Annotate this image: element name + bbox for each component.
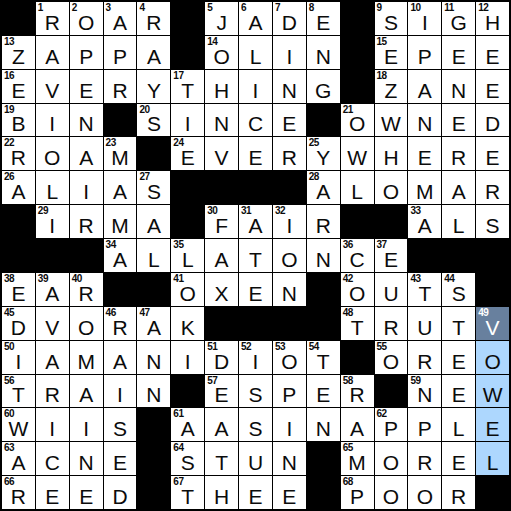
- cell-letter: N: [205, 113, 238, 134]
- cell-letter: V: [36, 80, 69, 101]
- cell-r1c8[interactable]: 6A: [239, 2, 272, 35]
- cell-r13c12[interactable]: 62P: [375, 408, 408, 441]
- cell-r10c4[interactable]: 46R: [104, 307, 137, 340]
- cell-r14c13[interactable]: R: [408, 442, 441, 475]
- cell-r5c1[interactable]: 22R: [2, 137, 35, 170]
- cell-r11c3[interactable]: M: [70, 341, 103, 374]
- black-cell-r15c5: [137, 476, 170, 509]
- cell-r4c11[interactable]: 21O: [341, 104, 374, 137]
- cell-r15c9[interactable]: E: [273, 476, 306, 509]
- cell-r11c4[interactable]: A: [104, 341, 137, 374]
- cell-r1c12[interactable]: 9S: [375, 2, 408, 35]
- cell-r6c1[interactable]: 26A: [2, 171, 35, 204]
- cell-r9c9[interactable]: N: [273, 273, 306, 306]
- cell-r6c13[interactable]: M: [408, 171, 441, 204]
- cell-letter: T: [171, 80, 204, 101]
- cell-r13c10[interactable]: N: [307, 408, 340, 441]
- cell-r9c13[interactable]: 43T: [408, 273, 441, 306]
- cell-r9c7[interactable]: X: [205, 273, 238, 306]
- cell-letter: P: [408, 418, 441, 439]
- cell-letter: E: [375, 249, 408, 270]
- cell-r5c8[interactable]: E: [239, 137, 272, 170]
- cell-r10c6[interactable]: K: [171, 307, 204, 340]
- cell-r14c12[interactable]: O: [375, 442, 408, 475]
- cell-r11c12[interactable]: 55O: [375, 341, 408, 374]
- cell-letter: E: [239, 486, 272, 507]
- cell-letter: V: [36, 317, 69, 338]
- cell-letter: E: [307, 384, 340, 405]
- cell-r10c15[interactable]: 49V: [476, 307, 509, 340]
- cell-r6c3[interactable]: I: [70, 171, 103, 204]
- cell-r11c9[interactable]: 53O: [273, 341, 306, 374]
- cell-r1c9[interactable]: 7D: [273, 2, 306, 35]
- cell-r12c7[interactable]: 57E: [205, 375, 238, 408]
- cell-r12c15[interactable]: W: [476, 375, 509, 408]
- cell-letter: A: [36, 351, 69, 372]
- cell-r3c13[interactable]: A: [408, 70, 441, 103]
- cell-letter: I: [36, 113, 69, 134]
- cell-letter: C: [239, 113, 272, 134]
- cell-r11c5[interactable]: N: [137, 341, 170, 374]
- cell-r15c7[interactable]: H: [205, 476, 238, 509]
- cell-letter: P: [70, 46, 103, 67]
- cell-r12c14[interactable]: E: [442, 375, 475, 408]
- cell-letter: E: [442, 384, 475, 405]
- cell-letter: K: [171, 317, 204, 338]
- cell-letter: D: [2, 317, 35, 338]
- cell-r5c9[interactable]: R: [273, 137, 306, 170]
- black-cell-r6c8: [239, 171, 272, 204]
- cell-r11c15[interactable]: O: [476, 341, 509, 374]
- cell-letter: O: [375, 486, 408, 507]
- cell-r3c12[interactable]: 18Z: [375, 70, 408, 103]
- cell-letter: R: [273, 147, 306, 168]
- cell-r15c13[interactable]: O: [408, 476, 441, 509]
- cell-r10c14[interactable]: T: [442, 307, 475, 340]
- cell-letter: A: [36, 283, 69, 304]
- cell-r11c7[interactable]: 51D: [205, 341, 238, 374]
- cell-r15c4[interactable]: D: [104, 476, 137, 509]
- cell-r9c11[interactable]: 42O: [341, 273, 374, 306]
- cell-r13c3[interactable]: I: [70, 408, 103, 441]
- cell-r4c2[interactable]: I: [36, 104, 69, 137]
- cell-r15c1[interactable]: 66R: [2, 476, 35, 509]
- cell-letter: P: [273, 384, 306, 405]
- cell-r1c2[interactable]: 1R: [36, 2, 69, 35]
- cell-r2c10[interactable]: N: [307, 36, 340, 69]
- cell-r10c11[interactable]: 48T: [341, 307, 374, 340]
- cell-letter: C: [341, 249, 374, 270]
- cell-r12c2[interactable]: R: [36, 375, 69, 408]
- cell-letter: O: [273, 249, 306, 270]
- cell-letter: O: [375, 452, 408, 473]
- cell-letter: E: [2, 80, 35, 101]
- black-cell-r12c12: [375, 375, 408, 408]
- black-cell-r6c6: [171, 171, 204, 204]
- cell-r3c2[interactable]: V: [36, 70, 69, 103]
- cell-r8c9[interactable]: O: [273, 239, 306, 272]
- cell-r13c15[interactable]: E: [476, 408, 509, 441]
- cell-r2c15[interactable]: E: [476, 36, 509, 69]
- black-cell-r5c5: [137, 137, 170, 170]
- cell-letter: N: [137, 384, 170, 405]
- cell-r12c1[interactable]: 56T: [2, 375, 35, 408]
- cell-letter: V: [205, 147, 238, 168]
- cell-letter: Z: [2, 46, 35, 67]
- cell-r2c12[interactable]: 15E: [375, 36, 408, 69]
- cell-letter: D: [273, 12, 306, 33]
- black-cell-r10c9: [273, 307, 306, 340]
- cell-r1c4[interactable]: 3A: [104, 2, 137, 35]
- cell-r15c11[interactable]: 68P: [341, 476, 374, 509]
- cell-r14c4[interactable]: E: [104, 442, 137, 475]
- cell-r4c12[interactable]: W: [375, 104, 408, 137]
- cell-r11c10[interactable]: 54T: [307, 341, 340, 374]
- cell-r9c14[interactable]: 44S: [442, 273, 475, 306]
- cell-r12c5[interactable]: N: [137, 375, 170, 408]
- cell-letter: S: [476, 215, 509, 236]
- cell-r5c7[interactable]: V: [205, 137, 238, 170]
- cell-letter: N: [273, 80, 306, 101]
- cell-r13c14[interactable]: L: [442, 408, 475, 441]
- cell-r1c14[interactable]: 11G: [442, 2, 475, 35]
- cell-r13c2[interactable]: I: [36, 408, 69, 441]
- cell-r14c11[interactable]: 65M: [341, 442, 374, 475]
- cell-r14c9[interactable]: N: [273, 442, 306, 475]
- cell-r2c4[interactable]: P: [104, 36, 137, 69]
- cell-letter: I: [2, 351, 35, 372]
- cell-r7c14[interactable]: L: [442, 205, 475, 238]
- cell-r10c3[interactable]: O: [70, 307, 103, 340]
- cell-letter: E: [239, 147, 272, 168]
- cell-letter: N: [307, 418, 340, 439]
- cell-r4c13[interactable]: N: [408, 104, 441, 137]
- cell-r7c10[interactable]: R: [307, 205, 340, 238]
- cell-letter: I: [273, 46, 306, 67]
- black-cell-r9c10: [307, 273, 340, 306]
- cell-letter: L: [341, 181, 374, 202]
- black-cell-r7c1: [2, 205, 35, 238]
- cell-r1c3[interactable]: 2O: [70, 2, 103, 35]
- cell-letter: R: [442, 147, 475, 168]
- cell-r3c14[interactable]: N: [442, 70, 475, 103]
- cell-letter: S: [375, 12, 408, 33]
- cell-r11c8[interactable]: 52I: [239, 341, 272, 374]
- cell-letter: A: [205, 418, 238, 439]
- cell-r2c2[interactable]: A: [36, 36, 69, 69]
- cell-r5c10[interactable]: 25Y: [307, 137, 340, 170]
- cell-r8c8[interactable]: T: [239, 239, 272, 272]
- cell-r7c2[interactable]: 29I: [36, 205, 69, 238]
- cell-letter: E: [273, 113, 306, 134]
- cell-r3c6[interactable]: 17T: [171, 70, 204, 103]
- cell-letter: M: [104, 215, 137, 236]
- cell-r7c13[interactable]: 33A: [408, 205, 441, 238]
- cell-r13c4[interactable]: S: [104, 408, 137, 441]
- cell-r12c11[interactable]: 58R: [341, 375, 374, 408]
- cell-r8c5[interactable]: L: [137, 239, 170, 272]
- cell-letter: E: [476, 147, 509, 168]
- cell-letter: L: [442, 215, 475, 236]
- cell-letter: E: [476, 80, 509, 101]
- cell-letter: E: [442, 113, 475, 134]
- black-cell-r8c14: [442, 239, 475, 272]
- cell-r14c7[interactable]: T: [205, 442, 238, 475]
- cell-letter: R: [408, 351, 441, 372]
- cell-r3c4[interactable]: R: [104, 70, 137, 103]
- cell-r8c10[interactable]: N: [307, 239, 340, 272]
- cell-r12c4[interactable]: I: [104, 375, 137, 408]
- cell-letter: A: [137, 317, 170, 338]
- cell-r12c3[interactable]: A: [70, 375, 103, 408]
- cell-r3c8[interactable]: I: [239, 70, 272, 103]
- cell-r6c4[interactable]: A: [104, 171, 137, 204]
- cell-r9c8[interactable]: E: [239, 273, 272, 306]
- cell-r13c1[interactable]: 60W: [2, 408, 35, 441]
- cell-r8c12[interactable]: 37E: [375, 239, 408, 272]
- cell-r6c2[interactable]: L: [36, 171, 69, 204]
- cell-r2c13[interactable]: P: [408, 36, 441, 69]
- cell-r3c1[interactable]: 16E: [2, 70, 35, 103]
- cell-r12c10[interactable]: E: [307, 375, 340, 408]
- cell-letter: A: [239, 215, 272, 236]
- cell-r3c9[interactable]: N: [273, 70, 306, 103]
- cell-r4c14[interactable]: E: [442, 104, 475, 137]
- cell-r5c11[interactable]: W: [341, 137, 374, 170]
- black-cell-r2c11: [341, 36, 374, 69]
- black-cell-r2c6: [171, 36, 204, 69]
- black-cell-r8c3: [70, 239, 103, 272]
- cell-letter: R: [137, 12, 170, 33]
- cell-letter: I: [239, 351, 272, 372]
- cell-r14c6[interactable]: 64S: [171, 442, 204, 475]
- cell-r15c6[interactable]: 67T: [171, 476, 204, 509]
- cell-letter: R: [375, 317, 408, 338]
- cell-letter: I: [273, 215, 306, 236]
- cell-r13c7[interactable]: A: [205, 408, 238, 441]
- cell-letter: D: [205, 351, 238, 372]
- cell-letter: M: [104, 147, 137, 168]
- cell-letter: O: [408, 486, 441, 507]
- cell-r4c3[interactable]: N: [70, 104, 103, 137]
- cell-letter: R: [307, 215, 340, 236]
- cell-letter: L: [36, 181, 69, 202]
- cell-r9c2[interactable]: 39A: [36, 273, 69, 306]
- cell-r1c15[interactable]: 12H: [476, 2, 509, 35]
- cell-r5c6[interactable]: 24E: [171, 137, 204, 170]
- cell-letter: A: [70, 384, 103, 405]
- cell-r9c12[interactable]: U: [375, 273, 408, 306]
- cell-letter: G: [442, 12, 475, 33]
- cell-r7c5[interactable]: A: [137, 205, 170, 238]
- cell-r7c7[interactable]: 30F: [205, 205, 238, 238]
- cell-letter: V: [476, 317, 509, 338]
- cell-r4c5[interactable]: 20S: [137, 104, 170, 137]
- cell-letter: I: [70, 181, 103, 202]
- cell-letter: C: [36, 452, 69, 473]
- cell-r5c3[interactable]: A: [70, 137, 103, 170]
- cell-r6c5[interactable]: 27S: [137, 171, 170, 204]
- cell-r5c2[interactable]: O: [36, 137, 69, 170]
- black-cell-r4c10: [307, 104, 340, 137]
- cell-r2c3[interactable]: P: [70, 36, 103, 69]
- cell-r11c13[interactable]: R: [408, 341, 441, 374]
- cell-letter: E: [476, 418, 509, 439]
- cell-letter: N: [442, 80, 475, 101]
- cell-r1c13[interactable]: 10I: [408, 2, 441, 35]
- cell-r6c12[interactable]: O: [375, 171, 408, 204]
- cell-r10c12[interactable]: R: [375, 307, 408, 340]
- cell-r13c13[interactable]: P: [408, 408, 441, 441]
- cell-r8c4[interactable]: 34A: [104, 239, 137, 272]
- cell-r7c9[interactable]: 32I: [273, 205, 306, 238]
- cell-letter: A: [341, 418, 374, 439]
- cell-r10c1[interactable]: 45D: [2, 307, 35, 340]
- cell-letter: R: [36, 384, 69, 405]
- cell-letter: E: [442, 46, 475, 67]
- cell-letter: E: [273, 486, 306, 507]
- cell-letter: A: [307, 181, 340, 202]
- cell-r11c6[interactable]: I: [171, 341, 204, 374]
- cell-letter: O: [70, 317, 103, 338]
- cell-letter: E: [442, 452, 475, 473]
- cell-r15c3[interactable]: E: [70, 476, 103, 509]
- cell-letter: E: [36, 486, 69, 507]
- cell-letter: N: [408, 113, 441, 134]
- cell-r4c9[interactable]: E: [273, 104, 306, 137]
- cell-r2c14[interactable]: E: [442, 36, 475, 69]
- cell-letter: O: [205, 46, 238, 67]
- cell-letter: N: [273, 452, 306, 473]
- cell-r11c2[interactable]: A: [36, 341, 69, 374]
- cell-r12c13[interactable]: 59N: [408, 375, 441, 408]
- cell-r2c7[interactable]: 14O: [205, 36, 238, 69]
- black-cell-r7c11: [341, 205, 374, 238]
- cell-letter: L: [171, 249, 204, 270]
- cell-r7c8[interactable]: 31A: [239, 205, 272, 238]
- cell-r4c8[interactable]: C: [239, 104, 272, 137]
- cell-letter: S: [104, 418, 137, 439]
- cell-r5c12[interactable]: H: [375, 137, 408, 170]
- cell-letter: N: [307, 249, 340, 270]
- cell-r12c8[interactable]: S: [239, 375, 272, 408]
- cell-letter: T: [341, 317, 374, 338]
- cell-r14c3[interactable]: N: [70, 442, 103, 475]
- cell-r4c6[interactable]: I: [171, 104, 204, 137]
- cell-r15c14[interactable]: R: [442, 476, 475, 509]
- cell-r14c1[interactable]: 63A: [2, 442, 35, 475]
- cell-r11c14[interactable]: E: [442, 341, 475, 374]
- cell-r9c6[interactable]: 41O: [171, 273, 204, 306]
- cell-letter: Y: [307, 147, 340, 168]
- cell-r10c13[interactable]: U: [408, 307, 441, 340]
- cell-r2c9[interactable]: I: [273, 36, 306, 69]
- cell-r5c14[interactable]: R: [442, 137, 475, 170]
- cell-r11c1[interactable]: 50I: [2, 341, 35, 374]
- cell-letter: X: [205, 283, 238, 304]
- cell-r10c5[interactable]: 47A: [137, 307, 170, 340]
- cell-letter: R: [341, 384, 374, 405]
- cell-r5c13[interactable]: E: [408, 137, 441, 170]
- cell-letter: A: [70, 147, 103, 168]
- black-cell-r8c2: [36, 239, 69, 272]
- cell-letter: T: [307, 351, 340, 372]
- cell-r6c11[interactable]: L: [341, 171, 374, 204]
- cell-r6c15[interactable]: R: [476, 171, 509, 204]
- cell-letter: E: [70, 80, 103, 101]
- cell-r2c8[interactable]: L: [239, 36, 272, 69]
- cell-r9c1[interactable]: 38E: [2, 273, 35, 306]
- cell-r13c9[interactable]: I: [273, 408, 306, 441]
- cell-letter: N: [137, 351, 170, 372]
- cell-r9c3[interactable]: 40R: [70, 273, 103, 306]
- cell-r2c1[interactable]: 13Z: [2, 36, 35, 69]
- cell-letter: A: [2, 181, 35, 202]
- cell-r1c7[interactable]: 5J: [205, 2, 238, 35]
- cell-r10c2[interactable]: V: [36, 307, 69, 340]
- cell-r15c12[interactable]: O: [375, 476, 408, 509]
- cell-letter: W: [375, 113, 408, 134]
- cell-r3c7[interactable]: H: [205, 70, 238, 103]
- cell-r6c10[interactable]: 28A: [307, 171, 340, 204]
- cell-r6c14[interactable]: A: [442, 171, 475, 204]
- cell-r1c5[interactable]: 4R: [137, 2, 170, 35]
- cell-r7c15[interactable]: S: [476, 205, 509, 238]
- cell-r14c15[interactable]: L: [476, 442, 509, 475]
- cell-letter: I: [36, 418, 69, 439]
- cell-letter: W: [341, 147, 374, 168]
- cell-r14c2[interactable]: C: [36, 442, 69, 475]
- cell-letter: R: [442, 486, 475, 507]
- black-cell-r15c15: [476, 476, 509, 509]
- cell-r3c3[interactable]: E: [70, 70, 103, 103]
- cell-r14c8[interactable]: U: [239, 442, 272, 475]
- cell-r14c14[interactable]: E: [442, 442, 475, 475]
- cell-letter: R: [70, 283, 103, 304]
- cell-r15c8[interactable]: E: [239, 476, 272, 509]
- cell-r5c4[interactable]: 23M: [104, 137, 137, 170]
- cell-letter: D: [476, 113, 509, 134]
- cell-r3c15[interactable]: E: [476, 70, 509, 103]
- cell-r3c10[interactable]: G: [307, 70, 340, 103]
- cell-r13c6[interactable]: 61A: [171, 408, 204, 441]
- cell-r1c10[interactable]: 8E: [307, 2, 340, 35]
- cell-r13c11[interactable]: A: [341, 408, 374, 441]
- cell-r8c6[interactable]: 35L: [171, 239, 204, 272]
- black-cell-r1c6: [171, 2, 204, 35]
- cell-r4c15[interactable]: D: [476, 104, 509, 137]
- cell-letter: U: [408, 317, 441, 338]
- cell-r2c5[interactable]: A: [137, 36, 170, 69]
- black-cell-r10c7: [205, 307, 238, 340]
- cell-letter: N: [307, 46, 340, 67]
- cell-r7c4[interactable]: M: [104, 205, 137, 238]
- cell-r8c11[interactable]: 36C: [341, 239, 374, 272]
- cell-r12c9[interactable]: P: [273, 375, 306, 408]
- cell-r15c2[interactable]: E: [36, 476, 69, 509]
- cell-r8c7[interactable]: A: [205, 239, 238, 272]
- cell-letter: A: [205, 249, 238, 270]
- cell-r7c3[interactable]: R: [70, 205, 103, 238]
- cell-letter: O: [476, 351, 509, 372]
- cell-r13c8[interactable]: S: [239, 408, 272, 441]
- cell-r5c15[interactable]: E: [476, 137, 509, 170]
- cell-r4c1[interactable]: 19B: [2, 104, 35, 137]
- cell-letter: H: [205, 80, 238, 101]
- cell-letter: A: [137, 215, 170, 236]
- cell-r3c5[interactable]: Y: [137, 70, 170, 103]
- cell-r4c7[interactable]: N: [205, 104, 238, 137]
